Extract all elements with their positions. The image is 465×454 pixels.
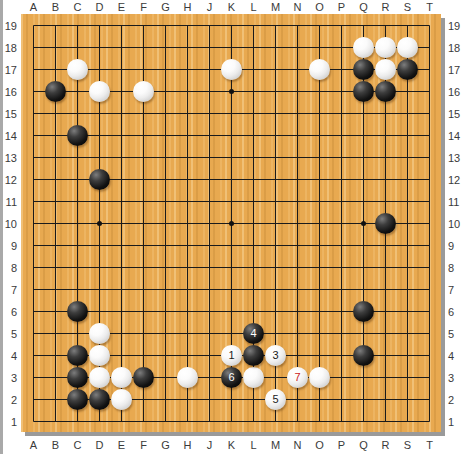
coord-bottom-F: F xyxy=(133,438,155,452)
coord-left-17: 17 xyxy=(2,63,17,77)
coord-bottom-L: L xyxy=(243,438,265,452)
stone-black-L5[interactable]: 4 xyxy=(243,323,264,344)
move-number-5: 5 xyxy=(272,394,278,405)
stone-white-M2[interactable]: 5 xyxy=(265,389,286,410)
coord-left-10: 10 xyxy=(2,217,17,231)
stone-black-F3[interactable] xyxy=(133,367,154,388)
coord-bottom-J: J xyxy=(199,438,221,452)
coord-left-19: 19 xyxy=(2,19,17,33)
coord-top-G: G xyxy=(155,0,177,14)
stone-white-S18[interactable] xyxy=(397,37,418,58)
coord-left-5: 5 xyxy=(2,327,17,341)
stone-white-L3[interactable] xyxy=(243,367,264,388)
stone-black-R10[interactable] xyxy=(375,213,396,234)
stone-white-Q18[interactable] xyxy=(353,37,374,58)
coord-left-12: 12 xyxy=(2,173,17,187)
coord-right-9: 9 xyxy=(448,239,464,253)
move-number-7: 7 xyxy=(294,372,300,383)
coord-top-N: N xyxy=(287,0,309,14)
move-number-3: 3 xyxy=(272,350,278,361)
stone-white-O17[interactable] xyxy=(309,59,330,80)
coord-left-16: 16 xyxy=(2,85,17,99)
star-point-D10 xyxy=(97,221,102,226)
coord-left-6: 6 xyxy=(2,305,17,319)
stone-black-Q16[interactable] xyxy=(353,81,374,102)
coord-bottom-M: M xyxy=(265,438,287,452)
stone-white-D5[interactable] xyxy=(89,323,110,344)
coord-left-2: 2 xyxy=(2,393,17,407)
coord-top-M: M xyxy=(265,0,287,14)
coord-bottom-N: N xyxy=(287,438,309,452)
coord-left-11: 11 xyxy=(2,195,17,209)
coord-bottom-Q: Q xyxy=(353,438,375,452)
coord-left-3: 3 xyxy=(2,371,17,385)
coord-bottom-O: O xyxy=(309,438,331,452)
coord-left-9: 9 xyxy=(2,239,17,253)
move-number-4: 4 xyxy=(250,328,256,339)
coord-bottom-C: C xyxy=(67,438,89,452)
coord-top-H: H xyxy=(177,0,199,14)
stone-white-M4[interactable]: 3 xyxy=(265,345,286,366)
coord-left-4: 4 xyxy=(2,349,17,363)
coord-top-K: K xyxy=(221,0,243,14)
coord-right-1: 1 xyxy=(448,415,464,429)
stone-black-B16[interactable] xyxy=(45,81,66,102)
coord-bottom-T: T xyxy=(419,438,441,452)
star-point-K10 xyxy=(229,221,234,226)
coord-bottom-A: A xyxy=(23,438,45,452)
stone-white-N3[interactable]: 7 xyxy=(287,367,308,388)
stone-black-D12[interactable] xyxy=(89,169,110,190)
coord-top-E: E xyxy=(111,0,133,14)
coord-left-13: 13 xyxy=(2,151,17,165)
go-app-window: AABBCCDDEEFFGGHHJJKKLLMMNNOOPPQQRRSSTT19… xyxy=(0,0,465,454)
stone-black-L4[interactable] xyxy=(243,345,264,366)
stone-white-E3[interactable] xyxy=(111,367,132,388)
coord-top-T: T xyxy=(419,0,441,14)
stone-white-O3[interactable] xyxy=(309,367,330,388)
star-point-Q10 xyxy=(361,221,366,226)
coord-right-18: 18 xyxy=(448,41,464,55)
coord-bottom-E: E xyxy=(111,438,133,452)
coord-right-4: 4 xyxy=(448,349,464,363)
coord-bottom-K: K xyxy=(221,438,243,452)
coord-right-7: 7 xyxy=(448,283,464,297)
coord-top-D: D xyxy=(89,0,111,14)
move-number-1: 1 xyxy=(228,350,234,361)
coord-top-P: P xyxy=(331,0,353,14)
coord-left-18: 18 xyxy=(2,41,17,55)
stone-white-R18[interactable] xyxy=(375,37,396,58)
coord-top-F: F xyxy=(133,0,155,14)
coord-right-11: 11 xyxy=(448,195,464,209)
coord-right-15: 15 xyxy=(448,107,464,121)
stone-black-Q17[interactable] xyxy=(353,59,374,80)
stone-black-S17[interactable] xyxy=(397,59,418,80)
stone-black-C6[interactable] xyxy=(67,301,88,322)
stone-white-D4[interactable] xyxy=(89,345,110,366)
stone-white-K17[interactable] xyxy=(221,59,242,80)
stone-black-C3[interactable] xyxy=(67,367,88,388)
stone-white-D16[interactable] xyxy=(89,81,110,102)
star-point-K16 xyxy=(229,89,234,94)
stone-black-R16[interactable] xyxy=(375,81,396,102)
coord-bottom-B: B xyxy=(45,438,67,452)
stone-white-E2[interactable] xyxy=(111,389,132,410)
coord-right-8: 8 xyxy=(448,261,464,275)
coord-top-B: B xyxy=(45,0,67,14)
coord-right-19: 19 xyxy=(448,19,464,33)
stone-black-Q6[interactable] xyxy=(353,301,374,322)
stone-white-D3[interactable] xyxy=(89,367,110,388)
stone-black-Q4[interactable] xyxy=(353,345,374,366)
coord-top-J: J xyxy=(199,0,221,14)
coord-top-S: S xyxy=(397,0,419,14)
stone-white-F16[interactable] xyxy=(133,81,154,102)
stone-white-K4[interactable]: 1 xyxy=(221,345,242,366)
coord-top-L: L xyxy=(243,0,265,14)
coord-top-Q: Q xyxy=(353,0,375,14)
coord-right-17: 17 xyxy=(448,63,464,77)
coord-left-7: 7 xyxy=(2,283,17,297)
coord-right-16: 16 xyxy=(448,85,464,99)
coord-bottom-H: H xyxy=(177,438,199,452)
stone-white-C17[interactable] xyxy=(67,59,88,80)
stone-black-D2[interactable] xyxy=(89,389,110,410)
coord-top-A: A xyxy=(23,0,45,14)
coord-bottom-S: S xyxy=(397,438,419,452)
coord-right-3: 3 xyxy=(448,371,464,385)
move-number-6: 6 xyxy=(228,372,234,383)
coord-right-2: 2 xyxy=(448,393,464,407)
coord-bottom-G: G xyxy=(155,438,177,452)
stone-white-H3[interactable] xyxy=(177,367,198,388)
coord-top-O: O xyxy=(309,0,331,14)
coord-right-14: 14 xyxy=(448,129,464,143)
coord-left-15: 15 xyxy=(2,107,17,121)
coord-right-12: 12 xyxy=(448,173,464,187)
stone-black-C14[interactable] xyxy=(67,125,88,146)
coord-bottom-R: R xyxy=(375,438,397,452)
stone-white-R17[interactable] xyxy=(375,59,396,80)
coord-bottom-P: P xyxy=(331,438,353,452)
coord-right-10: 10 xyxy=(448,217,464,231)
coord-top-C: C xyxy=(67,0,89,14)
coord-left-14: 14 xyxy=(2,129,17,143)
stone-black-C2[interactable] xyxy=(67,389,88,410)
stone-black-K3[interactable]: 6 xyxy=(221,367,242,388)
coord-bottom-D: D xyxy=(89,438,111,452)
stone-black-C4[interactable] xyxy=(67,345,88,366)
coord-left-1: 1 xyxy=(2,415,17,429)
coord-top-R: R xyxy=(375,0,397,14)
coord-left-8: 8 xyxy=(2,261,17,275)
coord-right-13: 13 xyxy=(448,151,464,165)
coord-right-6: 6 xyxy=(448,305,464,319)
coord-right-5: 5 xyxy=(448,327,464,341)
